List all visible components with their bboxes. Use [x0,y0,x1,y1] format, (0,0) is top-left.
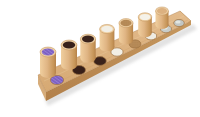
cylinder-4-white-fleece [100,24,115,51]
cylinder-top-texture [63,41,75,48]
cylinder-top-texture [120,20,131,26]
disc-8-silver-gray [174,19,185,26]
silver-shine [175,20,180,23]
cylinder-top-texture [42,48,54,55]
cylinder-1-purple-knit [40,47,56,78]
cylinder-top-texture [101,26,113,33]
cylinder-7-plain-wood [156,7,169,29]
scene-svg [0,0,200,117]
cylinder-5-tan-cork [119,19,133,45]
cylinder-top-texture [157,8,167,14]
cylinder-6-cream-fleece [138,13,152,37]
cylinder-top-texture [140,14,151,20]
cylinder-3-dark-brown [80,34,95,63]
cylinder-top-texture [82,36,94,43]
product-photo-stage [0,0,200,117]
cylinder-2-dark-brown [61,40,77,70]
